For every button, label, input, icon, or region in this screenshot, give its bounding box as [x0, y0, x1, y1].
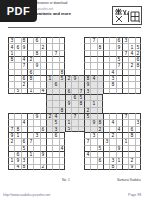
given-digit: 8	[17, 127, 20, 132]
given-digit: 2	[42, 45, 45, 50]
given-digit: 1	[130, 45, 133, 50]
samurai-sudoku-board: 3867634692891518774284256797286846815298…	[8, 37, 141, 170]
given-digit: 2	[136, 51, 139, 56]
given-digit: 6	[17, 152, 20, 157]
given-digit: 4	[23, 121, 26, 126]
given-digit: 4	[10, 45, 13, 50]
given-digit: 3	[111, 76, 114, 81]
given-digit: 7	[55, 51, 58, 56]
given-digit: 9	[23, 45, 26, 50]
given-digit: 7	[124, 114, 127, 119]
given-digit: 7	[10, 127, 13, 132]
given-digit: 9	[67, 102, 70, 107]
given-digit: 3	[23, 159, 26, 164]
given-digit: 7	[118, 64, 121, 69]
footer-page-number: Page 98	[115, 185, 141, 198]
given-digit: 7	[74, 114, 77, 119]
pdf-badge: PDF	[0, 0, 37, 22]
given-digit: 8	[60, 70, 63, 75]
given-digit: 2	[29, 57, 32, 62]
given-digit: 7	[80, 89, 83, 94]
given-digit: 9	[74, 76, 77, 81]
given-digit: 3	[111, 159, 114, 164]
given-digit: 6	[67, 89, 70, 94]
given-digit: 4	[55, 114, 58, 119]
given-digit: 4	[42, 89, 45, 94]
kanji-strokes-icon	[114, 8, 140, 23]
given-digit: 7	[124, 51, 127, 56]
given-digit: 5	[23, 146, 26, 151]
given-digit: 1	[10, 51, 13, 56]
given-digit: 8	[111, 83, 114, 88]
given-digit: 1	[48, 76, 51, 81]
given-digit: 5	[55, 121, 58, 126]
given-digit: 7	[92, 38, 95, 43]
given-digit: 6	[29, 70, 32, 75]
given-digit: 4	[111, 70, 114, 75]
given-digit: 2	[86, 108, 89, 113]
given-digit: 6	[99, 159, 102, 164]
given-digit: 6	[136, 57, 139, 62]
given-digit: 3	[86, 89, 89, 94]
footer-url-link[interactable]: http://www.sudoku-puzzles.net	[3, 185, 98, 198]
given-digit: 6	[118, 38, 121, 43]
given-digit: 8	[61, 108, 64, 113]
given-digit: 5	[86, 114, 89, 119]
given-digit: 2	[111, 133, 114, 138]
given-digit: 9	[130, 164, 133, 169]
given-digit: 2	[99, 127, 102, 132]
given-digit: 6	[42, 127, 45, 132]
header-divider	[8, 27, 141, 28]
given-digit: 3	[124, 38, 127, 43]
given-digit: 3	[55, 127, 58, 132]
given-digit: 1	[118, 159, 121, 164]
sudoku-cell	[135, 164, 141, 170]
given-digit: 1	[17, 133, 20, 138]
given-digit: 5	[118, 57, 121, 62]
given-digit: 9	[17, 159, 20, 164]
given-digit: 8	[23, 38, 26, 43]
given-digit: 6	[74, 95, 77, 100]
given-digit: 4	[17, 164, 20, 169]
given-digit: 9	[118, 146, 121, 151]
given-digit: 4	[92, 76, 95, 81]
given-digit: 9	[92, 121, 95, 126]
given-digit: 6	[55, 83, 58, 88]
given-digit: 5	[136, 45, 139, 50]
given-digit: 6	[23, 76, 26, 81]
given-digit: 9	[36, 64, 39, 69]
given-digit: 3	[10, 38, 13, 43]
given-digit: 9	[10, 133, 13, 138]
given-digit: 5	[99, 146, 102, 151]
given-digit: 8	[130, 133, 133, 138]
given-digit: 6	[130, 127, 133, 132]
given-digit: 2	[10, 140, 13, 145]
given-digit: 6	[23, 140, 26, 145]
given-digit: 3	[92, 133, 95, 138]
given-digit: 8	[136, 64, 139, 69]
pdf-page-preview: PDF sudoku, variants and more play in yo…	[0, 0, 149, 198]
given-digit: 3	[36, 133, 39, 138]
given-digit: 5	[61, 76, 64, 81]
given-digit: 8	[10, 57, 13, 62]
given-digit: 8	[36, 51, 39, 56]
given-digit: 7	[23, 64, 26, 69]
given-digit: 4	[118, 127, 121, 132]
given-digit: 3	[105, 140, 108, 145]
given-digit: 2	[130, 159, 133, 164]
given-digit: 4	[130, 51, 133, 56]
given-digit: 1	[10, 159, 13, 164]
given-digit: 2	[23, 83, 26, 88]
given-digit: 1	[92, 102, 95, 107]
given-digit: 6	[17, 45, 20, 50]
given-digit: 2	[67, 76, 70, 81]
given-digit: 2	[42, 164, 45, 169]
given-digit: 6	[36, 38, 39, 43]
given-digit: 4	[111, 121, 114, 126]
given-digit: 5	[67, 127, 70, 132]
given-digit: 4	[86, 152, 89, 157]
given-digit: 8	[111, 164, 114, 169]
given-digit: 8	[86, 76, 89, 81]
given-digit: 9	[36, 114, 39, 119]
sudoku-kanji-logo	[112, 6, 142, 25]
given-digit: 8	[80, 102, 83, 107]
given-digit: 1	[124, 140, 127, 145]
given-digit: 1	[67, 121, 70, 126]
given-digit: 5	[80, 95, 83, 100]
given-digit: 8	[99, 45, 102, 50]
given-digit: 2	[130, 64, 133, 69]
given-digit: 1	[29, 89, 32, 94]
given-digit: 8	[23, 164, 26, 169]
given-digit: 7	[29, 140, 32, 145]
given-digit: 6	[55, 133, 58, 138]
given-digit: 9	[118, 45, 121, 50]
given-digit: 1	[29, 152, 32, 157]
given-digit: 5	[17, 89, 20, 94]
given-digit: 9	[86, 83, 89, 88]
given-digit: 8	[99, 121, 102, 126]
given-digit: 7	[86, 140, 89, 145]
given-digit: 4	[60, 146, 63, 151]
given-digit: 4	[23, 57, 26, 62]
given-digit: 2	[48, 114, 51, 119]
given-digit: 9	[42, 152, 45, 157]
given-digit: 8	[29, 76, 32, 81]
given-digit: 3	[136, 121, 139, 126]
